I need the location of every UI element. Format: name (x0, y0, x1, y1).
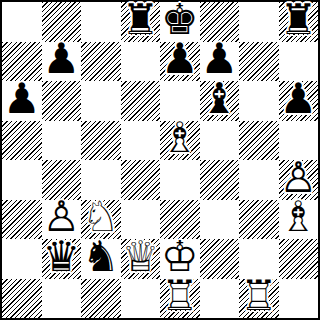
square-g1[interactable]: ♜♖ (239, 279, 279, 319)
square-h8[interactable]: ♜♜ (279, 2, 319, 42)
white-bishop-halo: ♝ (161, 118, 199, 160)
square-b7[interactable]: ♟♟ (42, 42, 82, 82)
square-a7[interactable] (2, 42, 42, 82)
square-a1[interactable] (2, 279, 42, 319)
white-pawn-halo: ♟ (279, 157, 317, 199)
square-e1[interactable]: ♜♖ (160, 279, 200, 319)
square-c1[interactable] (81, 279, 121, 319)
square-c5[interactable] (81, 121, 121, 161)
black-knight-icon: ♞ (82, 236, 120, 278)
square-f3[interactable] (200, 200, 240, 240)
square-h7[interactable] (279, 42, 319, 82)
square-d4[interactable] (121, 160, 161, 200)
square-e5[interactable]: ♝♗ (160, 121, 200, 161)
square-c7[interactable] (81, 42, 121, 82)
square-g2[interactable] (239, 239, 279, 279)
square-f5[interactable] (200, 121, 240, 161)
white-rook-icon: ♖ (161, 276, 199, 318)
square-h3[interactable]: ♝♗ (279, 200, 319, 240)
black-queen-icon: ♛ (42, 236, 80, 278)
black-bishop-halo: ♝ (200, 78, 238, 120)
square-b1[interactable] (42, 279, 82, 319)
white-bishop-halo: ♝ (279, 197, 317, 239)
square-a4[interactable] (2, 160, 42, 200)
chess-board: ♜♜♚♚♜♜♟♟♟♟♟♟♟♟♝♝♟♟♝♗♟♙♟♙♞♘♝♗♛♛♞♞♛♕♚♔♜♖♜♖ (0, 0, 320, 320)
square-b3[interactable]: ♟♙ (42, 200, 82, 240)
square-g5[interactable] (239, 121, 279, 161)
square-g6[interactable] (239, 81, 279, 121)
black-king-icon: ♚ (161, 0, 199, 41)
square-a6[interactable]: ♟♟ (2, 81, 42, 121)
square-e4[interactable] (160, 160, 200, 200)
square-c4[interactable] (81, 160, 121, 200)
square-f6[interactable]: ♝♝ (200, 81, 240, 121)
white-queen-halo: ♛ (121, 236, 159, 278)
white-bishop-icon: ♗ (161, 118, 199, 160)
white-rook-halo: ♜ (240, 276, 278, 318)
square-e7[interactable]: ♟♟ (160, 42, 200, 82)
black-pawn-halo: ♟ (3, 78, 41, 120)
white-pawn-icon: ♙ (42, 197, 80, 239)
black-bishop-icon: ♝ (200, 78, 238, 120)
square-c3[interactable]: ♞♘ (81, 200, 121, 240)
square-b5[interactable] (42, 121, 82, 161)
square-b8[interactable] (42, 2, 82, 42)
square-a3[interactable] (2, 200, 42, 240)
square-f8[interactable] (200, 2, 240, 42)
white-pawn-halo: ♟ (42, 197, 80, 239)
square-c8[interactable] (81, 2, 121, 42)
black-pawn-halo: ♟ (279, 78, 317, 120)
square-d7[interactable] (121, 42, 161, 82)
square-b2[interactable]: ♛♛ (42, 239, 82, 279)
square-e3[interactable] (160, 200, 200, 240)
black-king-halo: ♚ (161, 0, 199, 41)
black-pawn-halo: ♟ (161, 39, 199, 81)
white-rook-halo: ♜ (161, 276, 199, 318)
square-h1[interactable] (279, 279, 319, 319)
black-pawn-icon: ♟ (3, 78, 41, 120)
square-d5[interactable] (121, 121, 161, 161)
white-queen-icon: ♕ (121, 236, 159, 278)
white-pawn-icon: ♙ (279, 157, 317, 199)
white-knight-icon: ♘ (82, 197, 120, 239)
square-a8[interactable] (2, 2, 42, 42)
white-knight-halo: ♞ (82, 197, 120, 239)
black-rook-halo: ♜ (279, 0, 317, 41)
black-queen-halo: ♛ (42, 236, 80, 278)
chess-diagram: ♜♜♚♚♜♜♟♟♟♟♟♟♟♟♝♝♟♟♝♗♟♙♟♙♞♘♝♗♛♛♞♞♛♕♚♔♜♖♜♖ (0, 0, 320, 320)
square-g8[interactable] (239, 2, 279, 42)
square-h6[interactable]: ♟♟ (279, 81, 319, 121)
square-h5[interactable] (279, 121, 319, 161)
square-b6[interactable] (42, 81, 82, 121)
square-h2[interactable] (279, 239, 319, 279)
square-e2[interactable]: ♚♔ (160, 239, 200, 279)
square-d6[interactable] (121, 81, 161, 121)
black-rook-icon: ♜ (279, 0, 317, 41)
black-pawn-icon: ♟ (200, 39, 238, 81)
square-a2[interactable] (2, 239, 42, 279)
black-rook-halo: ♜ (121, 0, 159, 41)
square-d1[interactable] (121, 279, 161, 319)
white-rook-icon: ♖ (240, 276, 278, 318)
square-g4[interactable] (239, 160, 279, 200)
black-knight-halo: ♞ (82, 236, 120, 278)
square-e8[interactable]: ♚♚ (160, 2, 200, 42)
black-pawn-halo: ♟ (200, 39, 238, 81)
square-e6[interactable] (160, 81, 200, 121)
black-pawn-icon: ♟ (42, 39, 80, 81)
black-pawn-icon: ♟ (161, 39, 199, 81)
white-king-icon: ♔ (161, 236, 199, 278)
black-pawn-halo: ♟ (42, 39, 80, 81)
black-rook-icon: ♜ (121, 0, 159, 41)
square-a5[interactable] (2, 121, 42, 161)
white-bishop-icon: ♗ (279, 197, 317, 239)
square-f1[interactable] (200, 279, 240, 319)
square-f4[interactable] (200, 160, 240, 200)
square-d2[interactable]: ♛♕ (121, 239, 161, 279)
square-f2[interactable] (200, 239, 240, 279)
black-pawn-icon: ♟ (279, 78, 317, 120)
square-b4[interactable] (42, 160, 82, 200)
square-f7[interactable]: ♟♟ (200, 42, 240, 82)
square-d3[interactable] (121, 200, 161, 240)
square-d8[interactable]: ♜♜ (121, 2, 161, 42)
square-c6[interactable] (81, 81, 121, 121)
square-g7[interactable] (239, 42, 279, 82)
white-king-halo: ♚ (161, 236, 199, 278)
square-g3[interactable] (239, 200, 279, 240)
square-h4[interactable]: ♟♙ (279, 160, 319, 200)
square-c2[interactable]: ♞♞ (81, 239, 121, 279)
